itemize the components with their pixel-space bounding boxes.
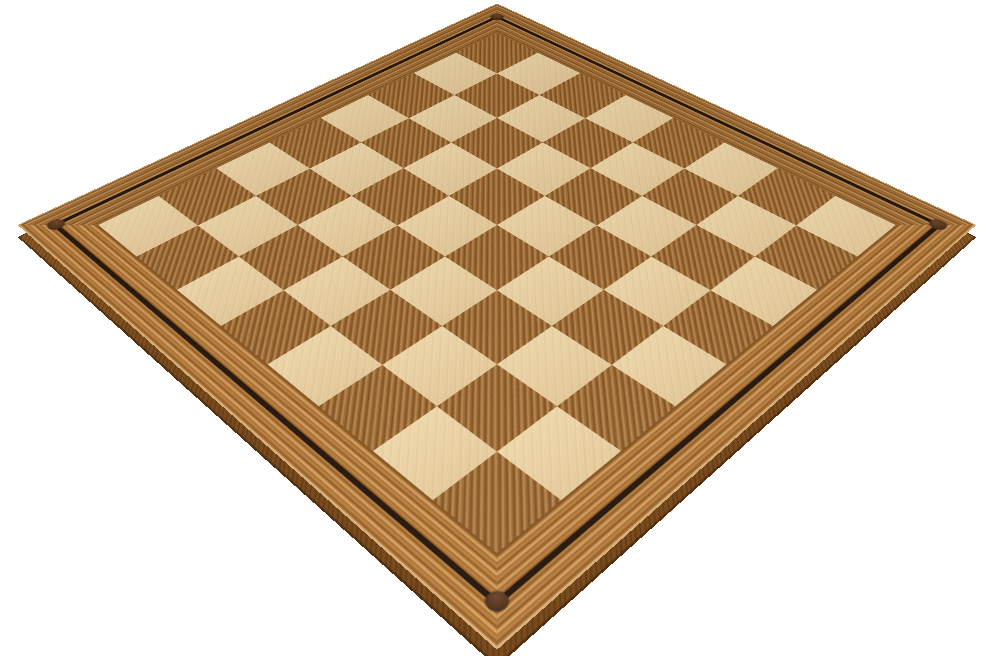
board-squares bbox=[98, 33, 896, 553]
board-photo-scene bbox=[158, 0, 836, 564]
chess-board bbox=[18, 3, 977, 649]
photo-canvas bbox=[0, 0, 1000, 656]
